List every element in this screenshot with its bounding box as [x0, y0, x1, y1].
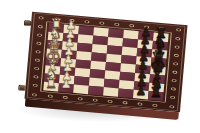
- ring-ornament: [172, 71, 177, 74]
- ring-ornament: [174, 45, 179, 48]
- ring-ornament: [171, 79, 176, 82]
- ring-ornament: [33, 75, 38, 78]
- square: [118, 88, 134, 98]
- ring-ornament: [152, 103, 157, 106]
- ring-ornament: [159, 26, 164, 29]
- ring-ornament: [34, 59, 39, 62]
- ring-ornament: [175, 37, 180, 40]
- ring-ornament: [173, 54, 178, 57]
- chess-board: [24, 12, 187, 113]
- ring-ornament: [78, 97, 83, 100]
- ring-ornament: [36, 33, 41, 36]
- square: [43, 82, 59, 92]
- playing-field: [43, 23, 168, 100]
- ring-ornament: [54, 17, 59, 20]
- ring-ornament: [93, 98, 98, 101]
- ring-ornament: [37, 25, 42, 28]
- ring-ornament: [35, 50, 40, 53]
- square: [148, 91, 164, 101]
- ring-ornament: [69, 19, 74, 22]
- photo-scene: ♜♟♟♞♜♟♟♝♞♟♟♛♝♟♟♚♛♟♟♝♚♟♟♞♝♟♟♜♞♟♟♜: [0, 0, 200, 133]
- ring-ornament: [122, 101, 127, 104]
- ring-ornament: [63, 96, 68, 99]
- square: [133, 90, 149, 100]
- ring-ornament: [84, 20, 89, 23]
- square: [88, 86, 104, 96]
- ring-ornament: [129, 24, 134, 27]
- ring-ornament: [170, 96, 175, 99]
- ring-ornament: [32, 84, 37, 87]
- ring-ornament: [137, 102, 142, 105]
- ring-ornament: [38, 16, 43, 19]
- ring-ornament: [107, 100, 112, 103]
- square: [58, 83, 74, 93]
- ring-ornament: [175, 28, 180, 31]
- ring-ornament: [31, 93, 36, 96]
- board-clasp: [18, 85, 25, 91]
- ring-ornament: [172, 62, 177, 65]
- ring-ornament: [99, 21, 104, 24]
- square: [73, 84, 89, 94]
- ring-ornament: [36, 42, 41, 45]
- ring-ornament: [48, 94, 53, 97]
- square: [103, 87, 119, 97]
- board-clasp: [24, 20, 31, 26]
- ring-ornament: [114, 23, 119, 26]
- ring-ornament: [170, 87, 175, 90]
- ring-ornament: [34, 67, 39, 70]
- ring-ornament: [144, 25, 149, 28]
- ring-ornament: [169, 105, 174, 108]
